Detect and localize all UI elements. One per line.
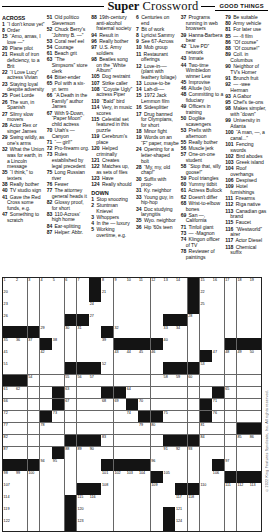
grid-cell[interactable] <box>249 459 261 471</box>
grid-cell[interactable] <box>126 314 138 326</box>
grid-cell[interactable] <box>114 507 126 519</box>
grid-cell[interactable] <box>28 362 40 374</box>
grid-cell[interactable] <box>126 447 138 459</box>
grid-cell[interactable] <box>40 483 52 495</box>
grid-cell[interactable]: 118 <box>188 495 200 507</box>
grid-cell[interactable] <box>52 362 64 374</box>
grid-cell[interactable] <box>65 302 77 314</box>
grid-cell[interactable] <box>89 507 101 519</box>
grid-cell[interactable] <box>138 375 150 387</box>
grid-cell[interactable]: 4 <box>40 278 52 290</box>
grid-cell[interactable]: 41 <box>3 350 15 362</box>
grid-cell[interactable] <box>114 495 126 507</box>
grid-cell[interactable] <box>101 350 113 362</box>
grid-cell[interactable]: 76 <box>212 411 224 423</box>
grid-cell[interactable] <box>101 519 113 531</box>
grid-cell[interactable]: 85 <box>237 435 249 447</box>
grid-cell[interactable] <box>151 519 163 531</box>
grid-cell[interactable] <box>101 411 113 423</box>
grid-cell[interactable]: 60 <box>188 375 200 387</box>
grid-cell[interactable] <box>225 375 237 387</box>
grid-cell[interactable] <box>163 495 175 507</box>
grid-cell[interactable] <box>40 471 52 483</box>
grid-cell[interactable] <box>65 459 77 471</box>
grid-cell[interactable]: 77 <box>3 423 15 435</box>
grid-cell[interactable] <box>225 423 237 435</box>
grid-cell[interactable] <box>40 314 52 326</box>
grid-cell[interactable] <box>237 362 249 374</box>
grid-cell[interactable] <box>15 423 27 435</box>
grid-cell[interactable] <box>175 411 187 423</box>
grid-cell[interactable] <box>212 435 224 447</box>
grid-cell[interactable]: 115 <box>77 495 89 507</box>
grid-cell[interactable] <box>89 519 101 531</box>
grid-cell[interactable] <box>114 375 126 387</box>
grid-cell[interactable] <box>89 411 101 423</box>
grid-cell[interactable] <box>126 302 138 314</box>
grid-cell[interactable] <box>138 314 150 326</box>
grid-cell[interactable] <box>114 435 126 447</box>
grid-cell[interactable] <box>89 387 101 399</box>
grid-cell[interactable]: 73 <box>52 411 64 423</box>
grid-cell[interactable] <box>151 290 163 302</box>
grid-cell[interactable]: 121 <box>175 507 187 519</box>
grid-cell[interactable]: 66 <box>3 399 15 411</box>
grid-cell[interactable] <box>188 411 200 423</box>
grid-cell[interactable]: 92 <box>175 447 187 459</box>
grid-cell[interactable]: 111 <box>225 483 237 495</box>
grid-cell[interactable] <box>126 507 138 519</box>
grid-cell[interactable]: 116 <box>89 495 101 507</box>
grid-cell[interactable] <box>52 375 64 387</box>
grid-cell[interactable] <box>175 290 187 302</box>
grid-cell[interactable] <box>40 290 52 302</box>
grid-cell[interactable]: 25 <box>200 302 212 314</box>
grid-cell[interactable] <box>126 495 138 507</box>
grid-cell[interactable] <box>77 399 89 411</box>
grid-cell[interactable] <box>52 519 64 531</box>
grid-cell[interactable] <box>28 290 40 302</box>
grid-cell[interactable]: 74 <box>126 411 138 423</box>
grid-cell[interactable] <box>151 447 163 459</box>
grid-cell[interactable]: 19 <box>249 278 261 290</box>
grid-cell[interactable] <box>249 314 261 326</box>
grid-cell[interactable]: 27 <box>89 314 101 326</box>
grid-cell[interactable]: 6 <box>65 278 77 290</box>
grid-cell[interactable] <box>225 362 237 374</box>
grid-cell[interactable]: 8 <box>101 278 113 290</box>
grid-cell[interactable]: 123 <box>77 519 89 531</box>
grid-cell[interactable] <box>138 495 150 507</box>
grid-cell[interactable] <box>40 495 52 507</box>
grid-cell[interactable]: 110 <box>200 483 212 495</box>
grid-cell[interactable]: 102 <box>114 471 126 483</box>
grid-cell[interactable] <box>52 435 64 447</box>
grid-cell[interactable] <box>212 375 224 387</box>
grid-cell[interactable] <box>28 447 40 459</box>
grid-cell[interactable] <box>40 447 52 459</box>
grid-cell[interactable] <box>89 326 101 338</box>
grid-cell[interactable]: 91 <box>163 447 175 459</box>
grid-cell[interactable] <box>225 302 237 314</box>
grid-cell[interactable]: 5 <box>52 278 64 290</box>
grid-cell[interactable] <box>175 302 187 314</box>
grid-cell[interactable] <box>15 447 27 459</box>
grid-cell[interactable]: 113 <box>249 483 261 495</box>
grid-cell[interactable] <box>101 447 113 459</box>
grid-cell[interactable] <box>114 314 126 326</box>
grid-cell[interactable] <box>77 387 89 399</box>
grid-cell[interactable] <box>188 399 200 411</box>
grid-cell[interactable]: 35 <box>3 338 15 350</box>
grid-cell[interactable] <box>175 338 187 350</box>
grid-cell[interactable] <box>151 435 163 447</box>
grid-cell[interactable]: 18 <box>237 278 249 290</box>
grid-cell[interactable]: 112 <box>237 483 249 495</box>
grid-cell[interactable] <box>249 290 261 302</box>
grid-cell[interactable]: 44 <box>126 350 138 362</box>
grid-cell[interactable]: 32 <box>114 326 126 338</box>
grid-cell[interactable] <box>237 326 249 338</box>
grid-cell[interactable] <box>114 447 126 459</box>
grid-cell[interactable] <box>101 314 113 326</box>
grid-cell[interactable] <box>249 411 261 423</box>
grid-cell[interactable]: 104 <box>138 471 150 483</box>
grid-cell[interactable] <box>163 290 175 302</box>
grid-cell[interactable] <box>163 399 175 411</box>
grid-cell[interactable] <box>237 495 249 507</box>
grid-cell[interactable] <box>237 447 249 459</box>
grid-cell[interactable] <box>237 459 249 471</box>
grid-cell[interactable] <box>101 302 113 314</box>
grid-cell[interactable]: 70 <box>138 399 150 411</box>
grid-cell[interactable]: 28 <box>188 314 200 326</box>
grid-cell[interactable]: 52 <box>101 362 113 374</box>
grid-cell[interactable] <box>40 399 52 411</box>
grid-cell[interactable] <box>249 326 261 338</box>
grid-cell[interactable]: 95 <box>52 459 64 471</box>
grid-cell[interactable] <box>114 423 126 435</box>
grid-cell[interactable] <box>212 447 224 459</box>
grid-cell[interactable]: 9 <box>114 278 126 290</box>
grid-cell[interactable]: 86 <box>249 435 261 447</box>
grid-cell[interactable]: 43 <box>114 350 126 362</box>
grid-cell[interactable] <box>188 387 200 399</box>
grid-cell[interactable] <box>225 495 237 507</box>
grid-cell[interactable] <box>200 326 212 338</box>
grid-cell[interactable] <box>101 495 113 507</box>
grid-cell[interactable]: 11 <box>138 278 150 290</box>
grid-cell[interactable] <box>101 423 113 435</box>
grid-cell[interactable] <box>28 399 40 411</box>
grid-cell[interactable] <box>126 483 138 495</box>
grid-cell[interactable]: 13 <box>163 278 175 290</box>
grid-cell[interactable] <box>163 483 175 495</box>
grid-cell[interactable] <box>200 507 212 519</box>
grid-cell[interactable]: 21 <box>101 290 113 302</box>
grid-cell[interactable] <box>15 350 27 362</box>
grid-cell[interactable]: 89 <box>77 447 89 459</box>
grid-cell[interactable]: 7 <box>77 278 89 290</box>
grid-cell[interactable] <box>77 302 89 314</box>
grid-cell[interactable] <box>249 495 261 507</box>
grid-cell[interactable] <box>163 423 175 435</box>
grid-cell[interactable] <box>175 350 187 362</box>
grid-cell[interactable]: 119 <box>3 507 15 519</box>
grid-cell[interactable] <box>212 423 224 435</box>
grid-cell[interactable] <box>15 507 27 519</box>
grid-cell[interactable] <box>89 471 101 483</box>
grid-cell[interactable] <box>212 326 224 338</box>
grid-cell[interactable]: 97 <box>225 459 237 471</box>
grid-cell[interactable] <box>52 483 64 495</box>
grid-cell[interactable]: 38 <box>52 338 64 350</box>
grid-cell[interactable] <box>114 302 126 314</box>
grid-cell[interactable] <box>126 290 138 302</box>
grid-cell[interactable] <box>212 338 224 350</box>
grid-cell[interactable] <box>237 314 249 326</box>
grid-cell[interactable]: 63 <box>65 387 77 399</box>
grid-cell[interactable] <box>212 362 224 374</box>
grid-cell[interactable] <box>151 375 163 387</box>
grid-cell[interactable]: 17 <box>225 278 237 290</box>
grid-cell[interactable] <box>151 387 163 399</box>
grid-cell[interactable]: 53 <box>200 362 212 374</box>
grid-cell[interactable] <box>40 387 52 399</box>
grid-cell[interactable]: 3 <box>28 278 40 290</box>
grid-cell[interactable]: 15 <box>200 278 212 290</box>
grid-cell[interactable]: 108 <box>101 483 113 495</box>
grid-cell[interactable] <box>15 411 27 423</box>
grid-cell[interactable] <box>175 387 187 399</box>
grid-cell[interactable] <box>28 350 40 362</box>
grid-cell[interactable] <box>15 483 27 495</box>
grid-cell[interactable] <box>175 459 187 471</box>
grid-cell[interactable]: 24 <box>89 302 101 314</box>
grid-cell[interactable] <box>175 423 187 435</box>
grid-cell[interactable]: 67 <box>65 399 77 411</box>
grid-cell[interactable]: 107 <box>3 483 15 495</box>
grid-cell[interactable] <box>52 471 64 483</box>
grid-cell[interactable]: 10 <box>126 278 138 290</box>
grid-cell[interactable] <box>101 507 113 519</box>
grid-cell[interactable] <box>249 447 261 459</box>
grid-cell[interactable] <box>126 326 138 338</box>
grid-cell[interactable] <box>40 435 52 447</box>
grid-cell[interactable] <box>175 399 187 411</box>
grid-cell[interactable] <box>40 375 52 387</box>
grid-cell[interactable] <box>28 411 40 423</box>
grid-cell[interactable]: 106 <box>212 471 224 483</box>
grid-cell[interactable] <box>77 350 89 362</box>
grid-cell[interactable]: 69 <box>114 399 126 411</box>
grid-cell[interactable] <box>151 326 163 338</box>
grid-cell[interactable] <box>249 519 261 531</box>
grid-cell[interactable] <box>77 471 89 483</box>
grid-cell[interactable] <box>225 435 237 447</box>
grid-cell[interactable]: 30 <box>65 326 77 338</box>
grid-cell[interactable] <box>151 507 163 519</box>
grid-cell[interactable] <box>200 387 212 399</box>
grid-cell[interactable]: 46 <box>151 350 163 362</box>
grid-cell[interactable]: 20 <box>3 290 15 302</box>
grid-cell[interactable] <box>126 375 138 387</box>
grid-cell[interactable] <box>188 350 200 362</box>
grid-cell[interactable] <box>28 387 40 399</box>
grid-cell[interactable]: 124 <box>175 519 187 531</box>
grid-cell[interactable] <box>237 519 249 531</box>
grid-cell[interactable]: 72 <box>3 411 15 423</box>
grid-cell[interactable]: 49 <box>237 350 249 362</box>
grid-cell[interactable]: 33 <box>163 326 175 338</box>
grid-cell[interactable] <box>114 362 126 374</box>
grid-cell[interactable] <box>249 302 261 314</box>
grid-cell[interactable] <box>188 471 200 483</box>
grid-cell[interactable] <box>225 326 237 338</box>
grid-cell[interactable] <box>200 338 212 350</box>
grid-cell[interactable] <box>200 447 212 459</box>
grid-cell[interactable] <box>52 290 64 302</box>
grid-cell[interactable] <box>65 338 77 350</box>
grid-cell[interactable]: 80 <box>151 423 163 435</box>
grid-cell[interactable] <box>249 399 261 411</box>
grid-cell[interactable]: 51 <box>3 362 15 374</box>
grid-cell[interactable]: 36 <box>15 338 27 350</box>
grid-cell[interactable] <box>28 435 40 447</box>
grid-cell[interactable]: 99 <box>15 471 27 483</box>
grid-cell[interactable] <box>225 519 237 531</box>
grid-cell[interactable]: 29 <box>40 326 52 338</box>
grid-cell[interactable] <box>77 338 89 350</box>
grid-cell[interactable] <box>15 362 27 374</box>
grid-cell[interactable] <box>225 314 237 326</box>
grid-cell[interactable] <box>237 411 249 423</box>
grid-cell[interactable]: 39 <box>101 338 113 350</box>
grid-cell[interactable] <box>89 423 101 435</box>
grid-cell[interactable]: 54 <box>28 375 40 387</box>
grid-cell[interactable] <box>225 399 237 411</box>
grid-cell[interactable] <box>89 338 101 350</box>
grid-cell[interactable] <box>101 375 113 387</box>
grid-cell[interactable] <box>89 459 101 471</box>
grid-cell[interactable] <box>65 350 77 362</box>
grid-cell[interactable]: 75 <box>163 411 175 423</box>
grid-cell[interactable]: 26 <box>3 314 15 326</box>
grid-cell[interactable]: 79 <box>138 423 150 435</box>
grid-cell[interactable]: 81 <box>200 423 212 435</box>
grid-cell[interactable] <box>237 399 249 411</box>
grid-cell[interactable]: 57 <box>89 375 101 387</box>
grid-cell[interactable] <box>237 302 249 314</box>
grid-cell[interactable] <box>52 326 64 338</box>
grid-cell[interactable]: 48 <box>225 350 237 362</box>
grid-cell[interactable]: 23 <box>3 302 15 314</box>
grid-cell[interactable] <box>52 495 64 507</box>
grid-cell[interactable] <box>28 495 40 507</box>
grid-cell[interactable]: 50 <box>249 350 261 362</box>
grid-cell[interactable] <box>126 362 138 374</box>
grid-cell[interactable]: 45 <box>138 350 150 362</box>
grid-cell[interactable]: 12 <box>151 278 163 290</box>
grid-cell[interactable] <box>126 423 138 435</box>
grid-cell[interactable] <box>151 314 163 326</box>
grid-cell[interactable] <box>249 362 261 374</box>
grid-cell[interactable] <box>65 483 77 495</box>
grid-cell[interactable]: 105 <box>163 471 175 483</box>
grid-cell[interactable]: 16 <box>212 278 224 290</box>
grid-cell[interactable]: 88 <box>65 447 77 459</box>
grid-cell[interactable] <box>237 375 249 387</box>
grid-cell[interactable] <box>138 447 150 459</box>
grid-cell[interactable] <box>77 423 89 435</box>
grid-cell[interactable] <box>15 519 27 531</box>
grid-cell[interactable] <box>89 350 101 362</box>
grid-cell[interactable]: 14 <box>175 278 187 290</box>
grid-cell[interactable] <box>15 314 27 326</box>
grid-cell[interactable]: 100 <box>28 471 40 483</box>
grid-cell[interactable] <box>212 519 224 531</box>
grid-cell[interactable]: 1 <box>3 278 15 290</box>
grid-cell[interactable]: 47 <box>212 350 224 362</box>
grid-cell[interactable] <box>52 507 64 519</box>
grid-cell[interactable] <box>114 519 126 531</box>
grid-cell[interactable]: 114 <box>3 495 15 507</box>
grid-cell[interactable]: 34 <box>175 326 187 338</box>
grid-cell[interactable]: 55 <box>65 375 77 387</box>
grid-cell[interactable] <box>40 302 52 314</box>
grid-cell[interactable] <box>200 459 212 471</box>
grid-cell[interactable] <box>77 459 89 471</box>
grid-cell[interactable] <box>15 435 27 447</box>
grid-cell[interactable]: 120 <box>77 507 89 519</box>
grid-cell[interactable] <box>249 375 261 387</box>
grid-cell[interactable] <box>237 387 249 399</box>
grid-cell[interactable] <box>126 435 138 447</box>
grid-cell[interactable] <box>188 507 200 519</box>
grid-cell[interactable] <box>188 423 200 435</box>
grid-cell[interactable] <box>200 314 212 326</box>
grid-cell[interactable] <box>28 507 40 519</box>
grid-cell[interactable] <box>163 350 175 362</box>
grid-cell[interactable] <box>188 459 200 471</box>
grid-cell[interactable] <box>15 290 27 302</box>
grid-cell[interactable] <box>28 483 40 495</box>
grid-cell[interactable] <box>114 483 126 495</box>
grid-cell[interactable] <box>200 375 212 387</box>
grid-cell[interactable] <box>200 519 212 531</box>
grid-cell[interactable] <box>249 507 261 519</box>
grid-cell[interactable] <box>225 290 237 302</box>
grid-cell[interactable] <box>138 290 150 302</box>
grid-cell[interactable] <box>65 471 77 483</box>
grid-cell[interactable]: 101 <box>101 471 113 483</box>
grid-cell[interactable] <box>163 459 175 471</box>
grid-cell[interactable] <box>212 495 224 507</box>
grid-cell[interactable]: 93 <box>188 447 200 459</box>
grid-cell[interactable]: 58 <box>163 375 175 387</box>
grid-cell[interactable] <box>52 423 64 435</box>
grid-cell[interactable] <box>188 326 200 338</box>
grid-cell[interactable] <box>138 507 150 519</box>
grid-cell[interactable]: 2 <box>15 278 27 290</box>
grid-cell[interactable] <box>212 314 224 326</box>
grid-cell[interactable] <box>52 350 64 362</box>
grid-cell[interactable]: 87 <box>3 447 15 459</box>
grid-cell[interactable]: 117 <box>175 495 187 507</box>
grid-cell[interactable] <box>175 471 187 483</box>
grid-cell[interactable] <box>188 519 200 531</box>
grid-cell[interactable] <box>138 483 150 495</box>
